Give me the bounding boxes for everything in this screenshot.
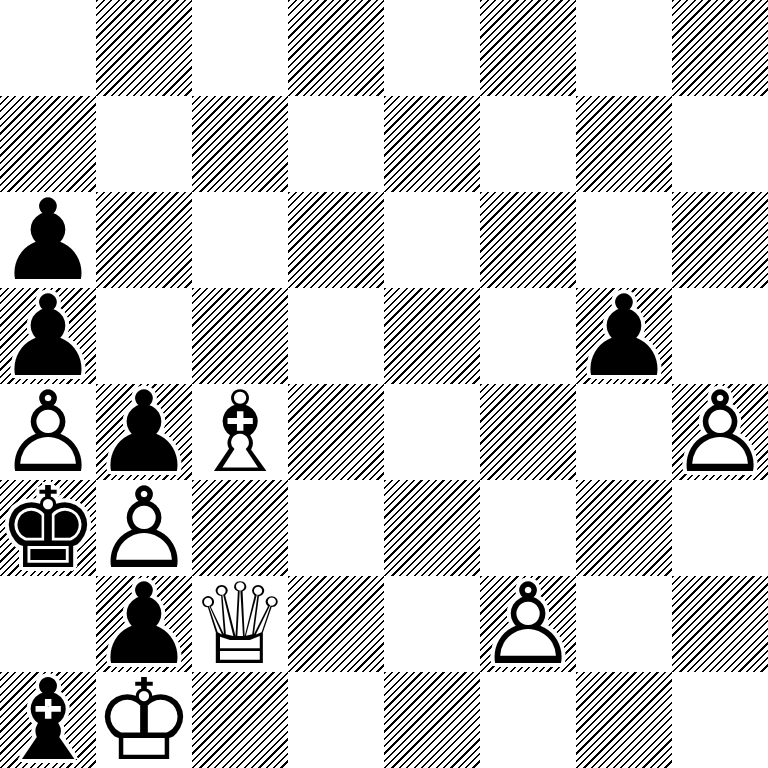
square-d5[interactable] <box>288 288 384 384</box>
piece-glyph: ♙ <box>0 384 98 480</box>
black-pawn-icon: ♟♟ <box>94 576 194 672</box>
square-h7[interactable] <box>672 96 768 192</box>
piece-halo: ♚ <box>94 672 194 768</box>
square-f8[interactable] <box>480 0 576 96</box>
piece-glyph: ♟ <box>574 288 674 384</box>
square-h1[interactable] <box>672 672 768 768</box>
square-h6[interactable] <box>672 192 768 288</box>
square-e2[interactable] <box>384 576 480 672</box>
square-a2[interactable] <box>0 576 96 672</box>
piece-glyph: ♔ <box>94 672 194 768</box>
piece-glyph: ♟ <box>94 384 194 480</box>
square-a3[interactable]: ♚♚ <box>0 480 96 576</box>
square-b3[interactable]: ♟♙ <box>96 480 192 576</box>
white-pawn-icon: ♟♙ <box>478 576 578 672</box>
square-g3[interactable] <box>576 480 672 576</box>
piece-halo: ♝ <box>190 384 290 480</box>
square-d2[interactable] <box>288 576 384 672</box>
square-c2[interactable]: ♛♕ <box>192 576 288 672</box>
piece-halo: ♟ <box>574 288 674 384</box>
square-a1[interactable]: ♝♝ <box>0 672 96 768</box>
square-c5[interactable] <box>192 288 288 384</box>
piece-glyph: ♕ <box>190 576 290 672</box>
piece-halo: ♟ <box>94 384 194 480</box>
black-king-icon: ♚♚ <box>0 480 98 576</box>
square-h2[interactable] <box>672 576 768 672</box>
square-c6[interactable] <box>192 192 288 288</box>
square-f2[interactable]: ♟♙ <box>480 576 576 672</box>
square-c4[interactable]: ♝♗ <box>192 384 288 480</box>
square-d3[interactable] <box>288 480 384 576</box>
piece-glyph: ♝ <box>0 672 98 768</box>
square-f3[interactable] <box>480 480 576 576</box>
square-d7[interactable] <box>288 96 384 192</box>
piece-glyph: ♟ <box>94 576 194 672</box>
black-pawn-icon: ♟♟ <box>94 384 194 480</box>
square-e1[interactable] <box>384 672 480 768</box>
square-e8[interactable] <box>384 0 480 96</box>
square-g5[interactable]: ♟♟ <box>576 288 672 384</box>
square-b4[interactable]: ♟♟ <box>96 384 192 480</box>
square-b6[interactable] <box>96 192 192 288</box>
square-e5[interactable] <box>384 288 480 384</box>
white-pawn-icon: ♟♙ <box>0 384 98 480</box>
piece-halo: ♟ <box>670 384 768 480</box>
black-pawn-icon: ♟♟ <box>574 288 674 384</box>
square-b5[interactable] <box>96 288 192 384</box>
piece-halo: ♟ <box>0 288 98 384</box>
white-bishop-icon: ♝♗ <box>190 384 290 480</box>
piece-halo: ♟ <box>0 192 98 288</box>
piece-glyph: ♙ <box>94 480 194 576</box>
square-h8[interactable] <box>672 0 768 96</box>
square-g7[interactable] <box>576 96 672 192</box>
chess-board: ♟♟♟♟♟♟♟♙♟♟♝♗♟♙♚♚♟♙♟♟♛♕♟♙♝♝♚♔ <box>0 0 768 768</box>
square-d1[interactable] <box>288 672 384 768</box>
square-e6[interactable] <box>384 192 480 288</box>
square-h4[interactable]: ♟♙ <box>672 384 768 480</box>
square-g1[interactable] <box>576 672 672 768</box>
square-f5[interactable] <box>480 288 576 384</box>
square-d4[interactable] <box>288 384 384 480</box>
square-d6[interactable] <box>288 192 384 288</box>
square-d8[interactable] <box>288 0 384 96</box>
square-b2[interactable]: ♟♟ <box>96 576 192 672</box>
piece-glyph: ♚ <box>0 480 98 576</box>
square-c1[interactable] <box>192 672 288 768</box>
square-f7[interactable] <box>480 96 576 192</box>
square-g8[interactable] <box>576 0 672 96</box>
piece-glyph: ♙ <box>478 576 578 672</box>
square-b8[interactable] <box>96 0 192 96</box>
chessboard-diagram: ♟♟♟♟♟♟♟♙♟♟♝♗♟♙♚♚♟♙♟♟♛♕♟♙♝♝♚♔ <box>0 0 768 768</box>
piece-glyph: ♗ <box>190 384 290 480</box>
square-e3[interactable] <box>384 480 480 576</box>
square-b1[interactable]: ♚♔ <box>96 672 192 768</box>
square-g2[interactable] <box>576 576 672 672</box>
square-c3[interactable] <box>192 480 288 576</box>
square-e4[interactable] <box>384 384 480 480</box>
piece-halo: ♟ <box>94 576 194 672</box>
square-e7[interactable] <box>384 96 480 192</box>
piece-halo: ♝ <box>0 672 98 768</box>
piece-halo: ♛ <box>190 576 290 672</box>
square-a8[interactable] <box>0 0 96 96</box>
black-pawn-icon: ♟♟ <box>0 288 98 384</box>
square-f6[interactable] <box>480 192 576 288</box>
square-g6[interactable] <box>576 192 672 288</box>
white-pawn-icon: ♟♙ <box>94 480 194 576</box>
piece-halo: ♟ <box>478 576 578 672</box>
piece-halo: ♟ <box>0 384 98 480</box>
white-queen-icon: ♛♕ <box>190 576 290 672</box>
square-a7[interactable] <box>0 96 96 192</box>
white-pawn-icon: ♟♙ <box>670 384 768 480</box>
square-b7[interactable] <box>96 96 192 192</box>
square-c8[interactable] <box>192 0 288 96</box>
black-pawn-icon: ♟♟ <box>0 192 98 288</box>
black-bishop-icon: ♝♝ <box>0 672 98 768</box>
square-c7[interactable] <box>192 96 288 192</box>
piece-glyph: ♟ <box>0 288 98 384</box>
piece-halo: ♚ <box>0 480 98 576</box>
square-a4[interactable]: ♟♙ <box>0 384 96 480</box>
square-a6[interactable]: ♟♟ <box>0 192 96 288</box>
square-f4[interactable] <box>480 384 576 480</box>
square-a5[interactable]: ♟♟ <box>0 288 96 384</box>
square-h5[interactable] <box>672 288 768 384</box>
piece-glyph: ♙ <box>670 384 768 480</box>
square-h3[interactable] <box>672 480 768 576</box>
white-king-icon: ♚♔ <box>94 672 194 768</box>
square-f1[interactable] <box>480 672 576 768</box>
piece-halo: ♟ <box>94 480 194 576</box>
piece-glyph: ♟ <box>0 192 98 288</box>
square-g4[interactable] <box>576 384 672 480</box>
